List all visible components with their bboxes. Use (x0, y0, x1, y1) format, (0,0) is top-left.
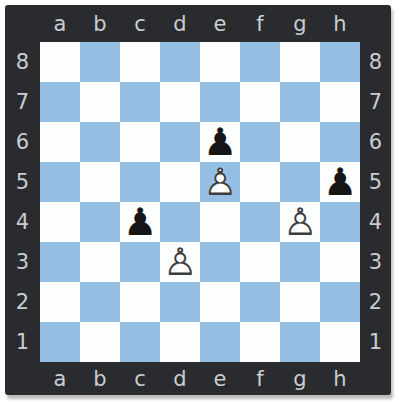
square-e1[interactable] (200, 322, 240, 362)
square-a4[interactable] (40, 202, 80, 242)
rank-label-8: 8 (360, 42, 391, 82)
white-pawn-outline: ♙ (280, 202, 320, 242)
square-g6[interactable] (280, 122, 320, 162)
square-h3[interactable] (320, 242, 360, 282)
square-e7[interactable] (200, 82, 240, 122)
square-f3[interactable] (240, 242, 280, 282)
black-pawn[interactable]: ♟ (320, 162, 360, 202)
square-a7[interactable] (40, 82, 80, 122)
square-c6[interactable] (120, 122, 160, 162)
rank-label-7: 7 (5, 82, 40, 122)
square-b3[interactable] (80, 242, 120, 282)
square-c1[interactable] (120, 322, 160, 362)
square-f4[interactable] (240, 202, 280, 242)
square-b7[interactable] (80, 82, 120, 122)
file-label-b: b (80, 5, 120, 42)
square-e8[interactable] (200, 42, 240, 82)
square-g8[interactable] (280, 42, 320, 82)
square-f6[interactable] (240, 122, 280, 162)
square-g3[interactable] (280, 242, 320, 282)
square-f5[interactable] (240, 162, 280, 202)
rank-label-2: 2 (5, 282, 40, 322)
file-label-h: h (320, 5, 360, 42)
file-label-e: e (200, 362, 240, 395)
square-f1[interactable] (240, 322, 280, 362)
black-pawn[interactable]: ♟ (200, 122, 240, 162)
file-label-d: d (160, 362, 200, 395)
square-h6[interactable] (320, 122, 360, 162)
chess-board: abcdefgh 87654321 ♟♟♙♟♟♟♙♟♙ 87654321 abc… (5, 5, 391, 395)
square-b6[interactable] (80, 122, 120, 162)
square-b8[interactable] (80, 42, 120, 82)
rank-label-5: 5 (5, 162, 40, 202)
square-d5[interactable] (160, 162, 200, 202)
square-f2[interactable] (240, 282, 280, 322)
square-d7[interactable] (160, 82, 200, 122)
square-a8[interactable] (40, 42, 80, 82)
file-label-a: a (40, 5, 80, 42)
square-g7[interactable] (280, 82, 320, 122)
square-g2[interactable] (280, 282, 320, 322)
square-b5[interactable] (80, 162, 120, 202)
square-d4[interactable] (160, 202, 200, 242)
square-b1[interactable] (80, 322, 120, 362)
square-e4[interactable] (200, 202, 240, 242)
square-d1[interactable] (160, 322, 200, 362)
page-background: abcdefgh 87654321 ♟♟♙♟♟♟♙♟♙ 87654321 abc… (0, 0, 400, 404)
square-b4[interactable] (80, 202, 120, 242)
square-g5[interactable] (280, 162, 320, 202)
rank-label-3: 3 (5, 242, 40, 282)
square-e5[interactable]: ♟♙ (200, 162, 240, 202)
square-a2[interactable] (40, 282, 80, 322)
square-g4[interactable]: ♟♙ (280, 202, 320, 242)
square-h2[interactable] (320, 282, 360, 322)
rank-label-8: 8 (5, 42, 40, 82)
board-squares: ♟♟♙♟♟♟♙♟♙ (40, 42, 360, 362)
rank-labels-left: 87654321 (5, 42, 40, 362)
square-h1[interactable] (320, 322, 360, 362)
white-pawn[interactable]: ♟♙ (280, 202, 320, 242)
square-h7[interactable] (320, 82, 360, 122)
file-label-c: c (120, 5, 160, 42)
file-label-f: f (240, 5, 280, 42)
square-g1[interactable] (280, 322, 320, 362)
square-h5[interactable]: ♟ (320, 162, 360, 202)
rank-label-5: 5 (360, 162, 391, 202)
rank-label-2: 2 (360, 282, 391, 322)
square-d6[interactable] (160, 122, 200, 162)
file-label-c: c (120, 362, 160, 395)
square-h4[interactable] (320, 202, 360, 242)
square-c5[interactable] (120, 162, 160, 202)
square-c2[interactable] (120, 282, 160, 322)
file-label-h: h (320, 362, 360, 395)
file-label-g: g (280, 5, 320, 42)
white-pawn[interactable]: ♟♙ (200, 162, 240, 202)
rank-label-1: 1 (360, 322, 391, 362)
square-c8[interactable] (120, 42, 160, 82)
square-a1[interactable] (40, 322, 80, 362)
square-c4[interactable]: ♟ (120, 202, 160, 242)
file-label-e: e (200, 5, 240, 42)
square-a3[interactable] (40, 242, 80, 282)
rank-label-4: 4 (5, 202, 40, 242)
black-pawn[interactable]: ♟ (120, 202, 160, 242)
rank-label-1: 1 (5, 322, 40, 362)
file-label-g: g (280, 362, 320, 395)
file-labels-bottom: abcdefgh (40, 362, 360, 395)
rank-labels-right: 87654321 (360, 42, 391, 362)
square-a5[interactable] (40, 162, 80, 202)
file-label-f: f (240, 362, 280, 395)
square-b2[interactable] (80, 282, 120, 322)
white-pawn-outline: ♙ (200, 162, 240, 202)
square-d2[interactable] (160, 282, 200, 322)
square-d8[interactable] (160, 42, 200, 82)
rank-label-6: 6 (360, 122, 391, 162)
square-e2[interactable] (200, 282, 240, 322)
square-a6[interactable] (40, 122, 80, 162)
square-e3[interactable] (200, 242, 240, 282)
rank-label-4: 4 (360, 202, 391, 242)
square-c3[interactable] (120, 242, 160, 282)
file-label-d: d (160, 5, 200, 42)
square-d3[interactable]: ♟♙ (160, 242, 200, 282)
rank-label-3: 3 (360, 242, 391, 282)
file-labels-top: abcdefgh (40, 5, 360, 42)
rank-label-7: 7 (360, 82, 391, 122)
white-pawn-outline: ♙ (160, 242, 200, 282)
file-label-a: a (40, 362, 80, 395)
square-f8[interactable] (240, 42, 280, 82)
white-pawn[interactable]: ♟♙ (160, 242, 200, 282)
square-c7[interactable] (120, 82, 160, 122)
rank-label-6: 6 (5, 122, 40, 162)
square-e6[interactable]: ♟ (200, 122, 240, 162)
square-f7[interactable] (240, 82, 280, 122)
square-h8[interactable] (320, 42, 360, 82)
file-label-b: b (80, 362, 120, 395)
